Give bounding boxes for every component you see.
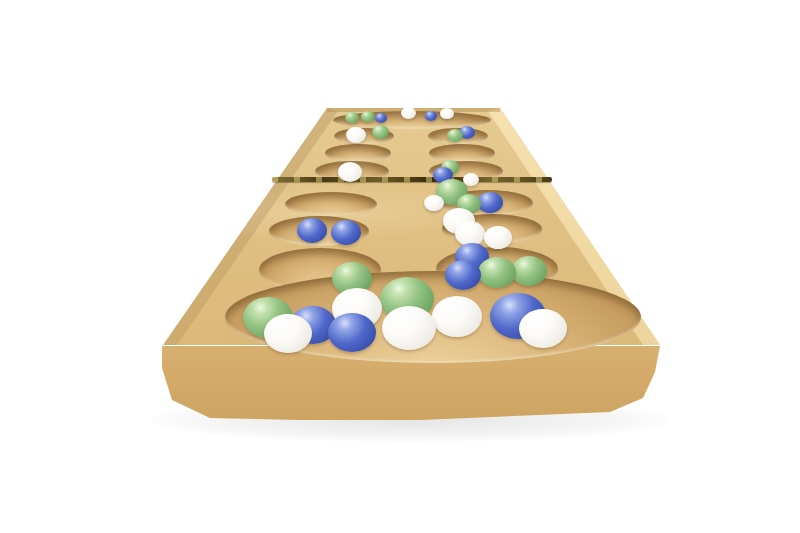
green-stone [447, 129, 463, 142]
stones-layer [0, 0, 800, 533]
green-stone [345, 112, 359, 123]
white-stone [455, 221, 485, 246]
white-stone [463, 173, 479, 186]
white-stone [440, 108, 454, 119]
white-stone [401, 107, 416, 119]
mancala-product-photo [0, 0, 800, 533]
white-stone [519, 309, 567, 348]
blue-stone [331, 220, 361, 245]
blue-stone [297, 218, 327, 243]
white-stone [424, 195, 444, 211]
blue-stone [425, 111, 437, 121]
blue-stone [328, 313, 376, 352]
white-stone [382, 306, 436, 350]
green-stone [361, 111, 375, 122]
blue-stone [445, 260, 481, 290]
green-stone [478, 257, 516, 288]
white-stone [346, 127, 366, 143]
blue-stone [375, 113, 387, 123]
green-stone [372, 125, 389, 139]
white-stone [484, 226, 512, 249]
white-stone [264, 314, 312, 353]
green-stone [511, 256, 547, 286]
white-stone [338, 162, 362, 182]
white-stone [432, 296, 482, 337]
